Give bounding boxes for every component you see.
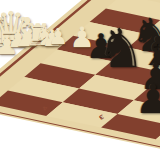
black-pawn-piece[interactable]: ♟ <box>135 79 160 119</box>
white-pawn-piece[interactable]: ♟ <box>48 26 68 48</box>
chess-set-photo: 43 ♚♛♟♟♝♜♞♟♟♟♟♞♞♝♟♟ <box>0 0 160 160</box>
